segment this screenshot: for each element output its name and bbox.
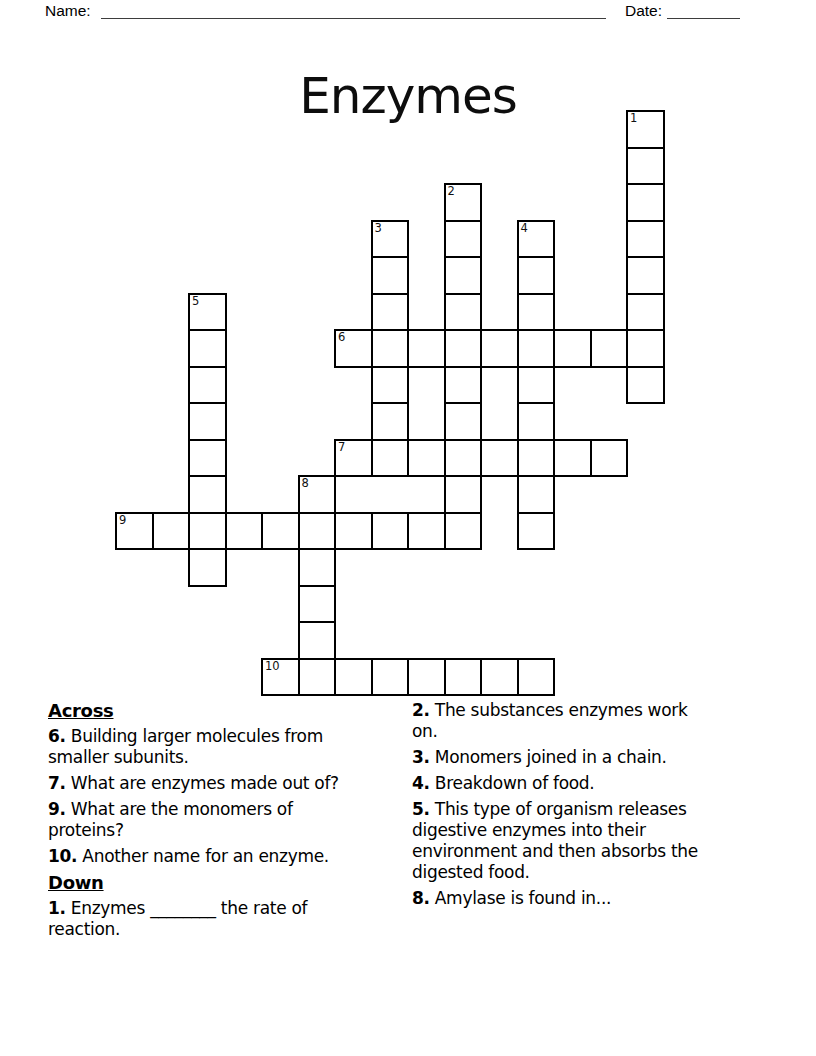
grid-cell[interactable] (407, 512, 446, 551)
grid-cell[interactable]: 5 (188, 293, 227, 332)
grid-cell[interactable] (298, 585, 337, 624)
grid-cell[interactable] (188, 439, 227, 478)
grid-cell[interactable] (371, 658, 410, 697)
grid-cell[interactable] (371, 256, 410, 295)
grid-cell[interactable] (188, 329, 227, 368)
grid-cell[interactable] (480, 658, 519, 697)
clue-number-label: 9 (119, 514, 126, 527)
grid-cell[interactable] (444, 329, 483, 368)
grid-cell[interactable]: 7 (334, 439, 373, 478)
grid-cell[interactable] (371, 366, 410, 405)
grid-cell[interactable] (517, 658, 556, 697)
grid-cell[interactable] (334, 658, 373, 697)
grid-cell[interactable]: 10 (261, 658, 300, 697)
grid-cell[interactable]: 6 (334, 329, 373, 368)
grid-cell[interactable] (517, 512, 556, 551)
grid-cell[interactable] (188, 475, 227, 514)
clue-number-label: 7 (338, 441, 345, 454)
grid-cell[interactable]: 2 (444, 183, 483, 222)
grid-cell[interactable] (298, 621, 337, 660)
clue-number: 9. (48, 799, 66, 819)
grid-cell[interactable] (371, 329, 410, 368)
clue: 2. The substances enzymes work on. (412, 700, 704, 742)
grid-cell[interactable] (407, 439, 446, 478)
clue-number: 5. (412, 799, 430, 819)
grid-cell[interactable] (371, 439, 410, 478)
grid-cell[interactable] (444, 293, 483, 332)
grid-cell[interactable] (626, 183, 665, 222)
grid-cell[interactable] (188, 366, 227, 405)
clue-number: 7. (48, 773, 66, 793)
grid-cell[interactable] (444, 220, 483, 259)
clue-number-label: 4 (521, 222, 528, 235)
grid-cell[interactable] (517, 329, 556, 368)
grid-cell[interactable] (407, 658, 446, 697)
name-label: Name: (45, 1, 91, 21)
grid-cell[interactable] (371, 512, 410, 551)
clue: 8. Amylase is found in... (412, 888, 704, 909)
clue-number-label: 8 (302, 477, 309, 490)
grid-cell[interactable]: 1 (626, 110, 665, 149)
clue: 4. Breakdown of food. (412, 773, 704, 794)
clue: 1. Enzymes ________ the rate of reaction… (48, 898, 366, 940)
grid-cell[interactable] (261, 512, 300, 551)
grid-cell[interactable] (371, 293, 410, 332)
grid-cell[interactable] (444, 475, 483, 514)
clue-number: 2. (412, 700, 430, 720)
grid-cell[interactable] (553, 439, 592, 478)
grid-cell[interactable]: 9 (115, 512, 154, 551)
clue: 7. What are enzymes made out of? (48, 773, 366, 794)
grid-cell[interactable]: 4 (517, 220, 556, 259)
grid-cell[interactable] (626, 293, 665, 332)
clue-number: 8. (412, 888, 430, 908)
grid-cell[interactable] (444, 512, 483, 551)
grid-cell[interactable] (444, 402, 483, 441)
crossword-worksheet: Name: Date: Enzymes 12345678910 Across 6… (0, 0, 816, 1056)
grid-cell[interactable] (188, 512, 227, 551)
puzzle-title: Enzymes (0, 68, 816, 124)
clue: 3. Monomers joined in a chain. (412, 747, 704, 768)
grid-cell[interactable] (444, 658, 483, 697)
clue-number: 4. (412, 773, 430, 793)
grid-cell[interactable] (626, 220, 665, 259)
date-label: Date: (625, 1, 662, 21)
grid-cell[interactable] (517, 439, 556, 478)
grid-cell[interactable] (444, 366, 483, 405)
name-blank-line[interactable] (101, 18, 606, 19)
grid-cell[interactable] (517, 366, 556, 405)
grid-cell[interactable] (626, 329, 665, 368)
grid-cell[interactable] (444, 256, 483, 295)
clue: 5. This type of organism releases digest… (412, 799, 704, 883)
clue-number: 1. (48, 898, 66, 918)
grid-cell[interactable] (480, 439, 519, 478)
clue-number-label: 3 (375, 222, 382, 235)
grid-cell[interactable] (298, 512, 337, 551)
down-clues-list-part1: 1. Enzymes ________ the rate of reaction… (48, 898, 366, 940)
grid-cell[interactable] (517, 256, 556, 295)
clues-left-column: Across 6. Building larger molecules from… (48, 700, 366, 945)
clue-number: 10. (48, 846, 77, 866)
grid-cell[interactable] (553, 329, 592, 368)
grid-cell[interactable] (626, 366, 665, 405)
grid-cell[interactable] (590, 439, 629, 478)
grid-cell[interactable] (517, 293, 556, 332)
clue-number: 3. (412, 747, 430, 767)
grid-cell[interactable] (407, 329, 446, 368)
clue-number-label: 10 (265, 660, 280, 673)
grid-cell[interactable] (626, 147, 665, 186)
across-heading: Across (48, 700, 366, 721)
grid-cell[interactable] (298, 658, 337, 697)
down-clues-list-part2: 2. The substances enzymes work on.3. Mon… (412, 700, 704, 909)
grid-cell[interactable] (152, 512, 191, 551)
grid-cell[interactable] (225, 512, 264, 551)
grid-cell[interactable] (480, 329, 519, 368)
grid-cell[interactable] (626, 256, 665, 295)
clue: 9. What are the monomers of proteins? (48, 799, 366, 841)
grid-cell[interactable] (371, 402, 410, 441)
grid-cell[interactable] (517, 475, 556, 514)
across-clues-list: 6. Building larger molecules from smalle… (48, 726, 366, 867)
date-blank-line[interactable] (667, 18, 740, 19)
down-heading: Down (48, 872, 366, 893)
grid-cell[interactable]: 8 (298, 475, 337, 514)
clue-number-label: 2 (448, 185, 455, 198)
clues-right-column: 2. The substances enzymes work on.3. Mon… (412, 700, 704, 914)
grid-cell[interactable] (334, 512, 373, 551)
clue-number-label: 5 (192, 295, 199, 308)
clue-number-label: 6 (338, 331, 345, 344)
clue-number: 6. (48, 726, 66, 746)
clue: 6. Building larger molecules from smalle… (48, 726, 366, 768)
grid-cell[interactable] (444, 439, 483, 478)
grid-cell[interactable] (517, 402, 556, 441)
grid-cell[interactable] (188, 548, 227, 587)
grid-cell[interactable] (298, 548, 337, 587)
grid-cell[interactable]: 3 (371, 220, 410, 259)
clue: 10. Another name for an enzyme. (48, 846, 366, 867)
grid-cell[interactable] (590, 329, 629, 368)
grid-cell[interactable] (188, 402, 227, 441)
clue-number-label: 1 (630, 112, 637, 125)
